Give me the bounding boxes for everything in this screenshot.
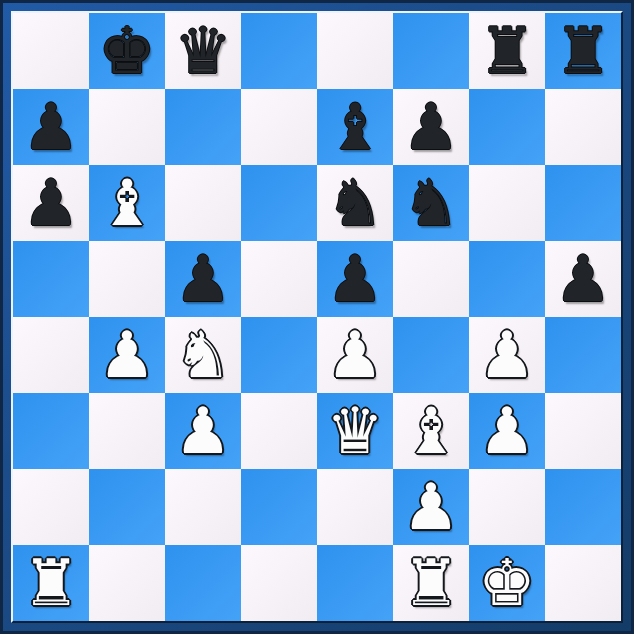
piece-black-knight-e6[interactable]: ♞ — [326, 165, 383, 241]
square-e4[interactable]: ♟ — [317, 317, 393, 393]
piece-black-pawn-a6[interactable]: ♟ — [22, 165, 79, 241]
square-c1[interactable] — [165, 545, 241, 621]
piece-black-knight-f6[interactable]: ♞ — [402, 165, 459, 241]
square-a5[interactable] — [13, 241, 89, 317]
square-a3[interactable] — [13, 393, 89, 469]
square-e8[interactable] — [317, 13, 393, 89]
piece-black-pawn-c5[interactable]: ♟ — [174, 241, 231, 317]
square-a8[interactable] — [13, 13, 89, 89]
piece-white-bishop-f3[interactable]: ♝ — [402, 393, 459, 469]
square-g8[interactable]: ♜ — [469, 13, 545, 89]
square-e7[interactable]: ♝ — [317, 89, 393, 165]
square-c2[interactable] — [165, 469, 241, 545]
piece-black-pawn-h5[interactable]: ♟ — [554, 241, 611, 317]
square-b1[interactable] — [89, 545, 165, 621]
square-g7[interactable] — [469, 89, 545, 165]
square-g4[interactable]: ♟ — [469, 317, 545, 393]
piece-white-pawn-f2[interactable]: ♟ — [402, 469, 459, 545]
square-h3[interactable] — [545, 393, 621, 469]
square-b3[interactable] — [89, 393, 165, 469]
square-c7[interactable] — [165, 89, 241, 165]
square-h2[interactable] — [545, 469, 621, 545]
square-h5[interactable]: ♟ — [545, 241, 621, 317]
piece-black-pawn-e5[interactable]: ♟ — [326, 241, 383, 317]
square-h4[interactable] — [545, 317, 621, 393]
square-a2[interactable] — [13, 469, 89, 545]
piece-black-king-b8[interactable]: ♚ — [98, 13, 155, 89]
square-d7[interactable] — [241, 89, 317, 165]
piece-white-rook-f1[interactable]: ♜ — [402, 545, 459, 621]
piece-white-king-g1[interactable]: ♚ — [478, 545, 535, 621]
piece-white-queen-e3[interactable]: ♛ — [326, 393, 383, 469]
square-c4[interactable]: ♞ — [165, 317, 241, 393]
square-e6[interactable]: ♞ — [317, 165, 393, 241]
square-g6[interactable] — [469, 165, 545, 241]
square-h1[interactable] — [545, 545, 621, 621]
square-f2[interactable]: ♟ — [393, 469, 469, 545]
piece-white-pawn-e4[interactable]: ♟ — [326, 317, 383, 393]
square-h6[interactable] — [545, 165, 621, 241]
square-f3[interactable]: ♝ — [393, 393, 469, 469]
square-f4[interactable] — [393, 317, 469, 393]
square-b7[interactable] — [89, 89, 165, 165]
square-e5[interactable]: ♟ — [317, 241, 393, 317]
square-c6[interactable] — [165, 165, 241, 241]
square-b6[interactable]: ♝ — [89, 165, 165, 241]
board-frame: ♚♛♜♜♟♝♟♟♝♞♞♟♟♟♟♞♟♟♟♛♝♟♟♜♜♚ — [0, 0, 634, 634]
square-d1[interactable] — [241, 545, 317, 621]
square-b8[interactable]: ♚ — [89, 13, 165, 89]
square-d5[interactable] — [241, 241, 317, 317]
square-c8[interactable]: ♛ — [165, 13, 241, 89]
square-a6[interactable]: ♟ — [13, 165, 89, 241]
square-g5[interactable] — [469, 241, 545, 317]
square-f7[interactable]: ♟ — [393, 89, 469, 165]
square-a4[interactable] — [13, 317, 89, 393]
piece-black-pawn-f7[interactable]: ♟ — [402, 89, 459, 165]
square-f6[interactable]: ♞ — [393, 165, 469, 241]
piece-white-pawn-g3[interactable]: ♟ — [478, 393, 535, 469]
piece-black-rook-g8[interactable]: ♜ — [478, 13, 535, 89]
square-b4[interactable]: ♟ — [89, 317, 165, 393]
chess-board: ♚♛♜♜♟♝♟♟♝♞♞♟♟♟♟♞♟♟♟♛♝♟♟♜♜♚ — [11, 11, 623, 623]
square-d4[interactable] — [241, 317, 317, 393]
piece-white-pawn-b4[interactable]: ♟ — [98, 317, 155, 393]
square-f8[interactable] — [393, 13, 469, 89]
piece-white-pawn-g4[interactable]: ♟ — [478, 317, 535, 393]
square-d6[interactable] — [241, 165, 317, 241]
square-e2[interactable] — [317, 469, 393, 545]
square-c5[interactable]: ♟ — [165, 241, 241, 317]
square-h8[interactable]: ♜ — [545, 13, 621, 89]
square-a7[interactable]: ♟ — [13, 89, 89, 165]
square-d8[interactable] — [241, 13, 317, 89]
square-a1[interactable]: ♜ — [13, 545, 89, 621]
piece-white-knight-c4[interactable]: ♞ — [174, 317, 231, 393]
square-d3[interactable] — [241, 393, 317, 469]
square-h7[interactable] — [545, 89, 621, 165]
square-e3[interactable]: ♛ — [317, 393, 393, 469]
piece-white-rook-a1[interactable]: ♜ — [22, 545, 79, 621]
square-e1[interactable] — [317, 545, 393, 621]
piece-white-pawn-c3[interactable]: ♟ — [174, 393, 231, 469]
piece-black-rook-h8[interactable]: ♜ — [554, 13, 611, 89]
square-f1[interactable]: ♜ — [393, 545, 469, 621]
square-b2[interactable] — [89, 469, 165, 545]
square-g1[interactable]: ♚ — [469, 545, 545, 621]
square-f5[interactable] — [393, 241, 469, 317]
piece-black-queen-c8[interactable]: ♛ — [174, 13, 231, 89]
piece-white-bishop-b6[interactable]: ♝ — [98, 165, 155, 241]
square-b5[interactable] — [89, 241, 165, 317]
square-g3[interactable]: ♟ — [469, 393, 545, 469]
square-g2[interactable] — [469, 469, 545, 545]
piece-black-pawn-a7[interactable]: ♟ — [22, 89, 79, 165]
square-c3[interactable]: ♟ — [165, 393, 241, 469]
square-d2[interactable] — [241, 469, 317, 545]
piece-black-bishop-e7[interactable]: ♝ — [326, 89, 383, 165]
